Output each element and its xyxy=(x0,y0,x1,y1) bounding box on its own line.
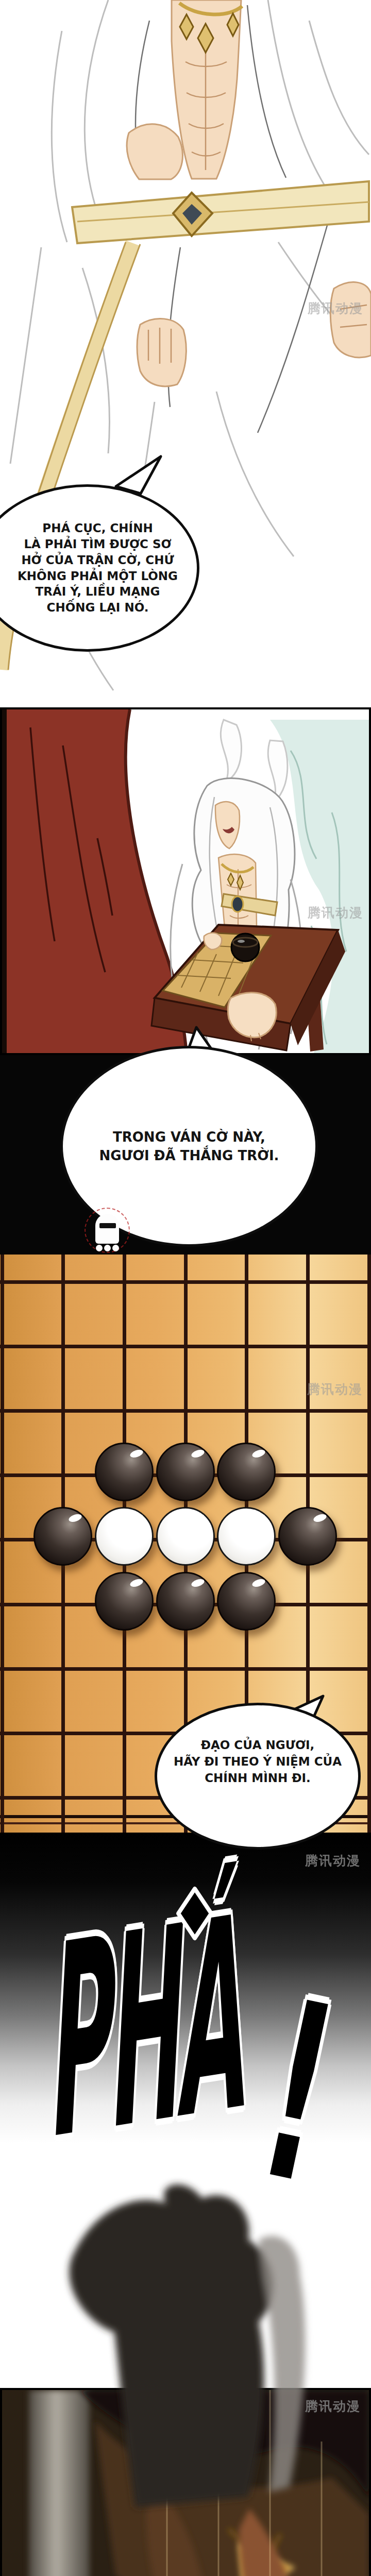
go-stone-white xyxy=(95,1507,154,1566)
stone-highlight xyxy=(190,1578,205,1588)
stone-highlight xyxy=(129,1448,144,1459)
board-grid-vline xyxy=(1,1255,4,1833)
sfx-diamond-accent xyxy=(174,1885,215,1942)
tencent-watermark: 腾讯动漫 xyxy=(308,904,363,921)
speech-line: PHÁ CỤC, CHÍNH xyxy=(42,520,153,536)
sunglasses-icon xyxy=(99,1223,116,1228)
speech-line: KHÔNG PHẢI MỘT LÒNG xyxy=(18,568,178,584)
tencent-watermark: 腾讯动漫 xyxy=(305,1852,361,1869)
speech-line: HÃY ĐI THEO Ý NIỆM CỦA xyxy=(174,1754,342,1770)
dark-silhouette xyxy=(31,2177,330,2517)
left-arm xyxy=(127,124,182,179)
belt-gem-2 xyxy=(232,896,243,912)
go-stone-black xyxy=(278,1507,337,1566)
right-hand xyxy=(330,282,371,358)
speech-line: HỞ CỦA TRẬN CỜ, CHỨ xyxy=(21,552,174,568)
go-stone-black xyxy=(217,1443,276,1501)
manhua-page: PHÁ CỤC, CHÍNH LÀ PHẢI TÌM ĐƯỢC SƠ HỞ CỦ… xyxy=(0,0,371,2576)
speech-line: CHÍNH MÌNH ĐI. xyxy=(205,1770,311,1787)
speech-line: LÀ PHẢI TÌM ĐƯỢC SƠ xyxy=(24,536,171,552)
board-grid-hline xyxy=(0,1409,371,1413)
stone-highlight xyxy=(129,1513,144,1523)
hand-on-table xyxy=(204,933,222,950)
go-stone-black xyxy=(95,1572,154,1631)
tencent-watermark: 腾讯动漫 xyxy=(305,2398,361,2415)
stone-highlight xyxy=(129,1578,144,1588)
panel2-art xyxy=(2,709,369,1053)
speech-line: TRÁI Ý, LIỀU MẠNG xyxy=(36,584,160,600)
go-stone-white xyxy=(156,1507,215,1566)
bowl-glint xyxy=(238,940,245,943)
stone-highlight xyxy=(251,1513,266,1523)
board-grid-hline xyxy=(0,1345,371,1348)
drape-left-edge xyxy=(2,709,7,1053)
sfx-pha-text: PHÁ xyxy=(44,1858,254,2199)
speech-bubble-3: ĐẠO CỦA NGƯƠI, HÃY ĐI THEO Ý NIỆM CỦA CH… xyxy=(155,1703,361,1850)
go-stone-black xyxy=(95,1443,154,1501)
left-fist xyxy=(137,319,186,386)
speech-line: ĐẠO CỦA NGƯƠI, xyxy=(201,1737,315,1754)
board-grid-hline xyxy=(0,1280,371,1284)
go-stone-black xyxy=(156,1443,215,1501)
tencent-watermark: 腾讯动漫 xyxy=(307,1381,363,1398)
go-stone-black xyxy=(156,1572,215,1631)
stone-highlight xyxy=(190,1448,205,1459)
panel-go-table xyxy=(0,707,371,1055)
ghost-body xyxy=(95,1214,119,1244)
stone-highlight xyxy=(312,1513,327,1523)
stone-highlight xyxy=(68,1513,82,1523)
board-grid-vline xyxy=(367,1255,371,1833)
go-stone-black xyxy=(33,1507,92,1566)
board-grid-hline xyxy=(0,1667,371,1671)
speech-line: TRONG VÁN CỜ NÀY, xyxy=(113,1128,265,1146)
stone-highlight xyxy=(190,1513,205,1523)
go-stone-black xyxy=(217,1572,276,1631)
ghost-mascot-logo xyxy=(92,1212,123,1249)
tencent-watermark: 腾讯动漫 xyxy=(308,300,363,317)
speech-line: NGƯƠI ĐÃ THẮNG TRỜI. xyxy=(99,1146,279,1165)
go-stone-white xyxy=(217,1507,276,1566)
speech-line: CHỐNG LẠI NÓ. xyxy=(47,600,149,616)
stone-highlight xyxy=(251,1448,266,1459)
stone-highlight xyxy=(251,1578,266,1588)
